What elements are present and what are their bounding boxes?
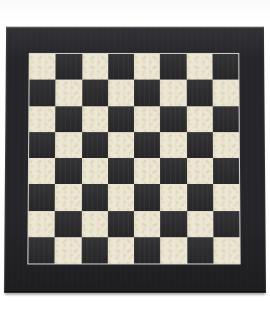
square-e4 — [134, 158, 160, 184]
square-a6 — [29, 106, 55, 132]
square-b8 — [56, 54, 82, 80]
square-g4 — [186, 158, 212, 184]
square-h5 — [213, 132, 239, 158]
square-c2 — [81, 211, 107, 237]
square-d8 — [108, 54, 134, 80]
square-g6 — [186, 106, 212, 132]
square-d1 — [108, 237, 134, 263]
square-c8 — [82, 54, 108, 80]
chess-board — [4, 26, 266, 292]
square-f1 — [160, 237, 186, 263]
square-g5 — [186, 132, 212, 158]
square-f6 — [160, 106, 186, 132]
square-c6 — [82, 106, 108, 132]
square-a1 — [28, 237, 55, 263]
square-g2 — [187, 211, 213, 237]
square-g8 — [186, 54, 212, 80]
square-c4 — [81, 158, 107, 184]
square-c3 — [81, 184, 107, 210]
square-f5 — [160, 132, 186, 158]
square-f7 — [160, 80, 186, 106]
square-e7 — [134, 80, 160, 106]
square-e1 — [134, 237, 160, 263]
square-b6 — [55, 106, 81, 132]
square-e5 — [134, 132, 160, 158]
square-g7 — [186, 80, 212, 106]
square-a2 — [29, 211, 56, 237]
board-playing-field — [27, 53, 240, 265]
square-d6 — [108, 106, 134, 132]
square-d2 — [108, 211, 134, 237]
square-h3 — [213, 184, 239, 210]
square-b1 — [55, 237, 82, 263]
square-b7 — [56, 80, 82, 106]
square-a4 — [29, 158, 55, 184]
product-photo — [0, 0, 270, 320]
board-frame — [4, 26, 266, 292]
square-e2 — [134, 211, 160, 237]
square-e8 — [134, 54, 160, 80]
square-f3 — [160, 184, 186, 210]
square-a3 — [29, 184, 55, 210]
square-g1 — [187, 237, 213, 263]
square-b2 — [55, 211, 81, 237]
square-f4 — [160, 158, 186, 184]
square-d7 — [108, 80, 134, 106]
square-h6 — [212, 106, 238, 132]
square-e3 — [134, 184, 160, 210]
square-a7 — [29, 80, 55, 106]
square-c1 — [81, 237, 107, 263]
square-a8 — [30, 54, 56, 80]
square-g3 — [187, 184, 213, 210]
square-h4 — [213, 158, 239, 184]
square-d5 — [108, 132, 134, 158]
square-d3 — [108, 184, 134, 210]
square-f2 — [160, 211, 186, 237]
square-b3 — [55, 184, 81, 210]
square-b5 — [55, 132, 81, 158]
square-b4 — [55, 158, 81, 184]
square-f8 — [160, 54, 186, 80]
square-h7 — [212, 80, 238, 106]
square-a5 — [29, 132, 55, 158]
square-h2 — [213, 211, 239, 237]
square-d4 — [108, 158, 134, 184]
square-h1 — [213, 237, 240, 263]
square-c7 — [82, 80, 108, 106]
square-c5 — [82, 132, 108, 158]
square-h8 — [212, 54, 238, 80]
square-e6 — [134, 106, 160, 132]
